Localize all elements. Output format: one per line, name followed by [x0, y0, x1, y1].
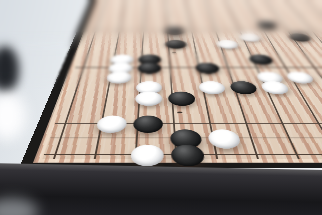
go-board	[19, 0, 322, 168]
go-board-photo	[0, 0, 322, 215]
hoshi-point	[301, 14, 305, 15]
hoshi-point	[177, 112, 182, 114]
hoshi-point	[169, 14, 172, 15]
black-stone	[137, 63, 161, 74]
black-stone	[165, 40, 187, 49]
black-stone	[165, 27, 185, 35]
board-front-side	[0, 163, 322, 215]
hoshi-point	[172, 52, 176, 53]
white-stone	[130, 145, 164, 166]
white-stone	[135, 92, 162, 106]
